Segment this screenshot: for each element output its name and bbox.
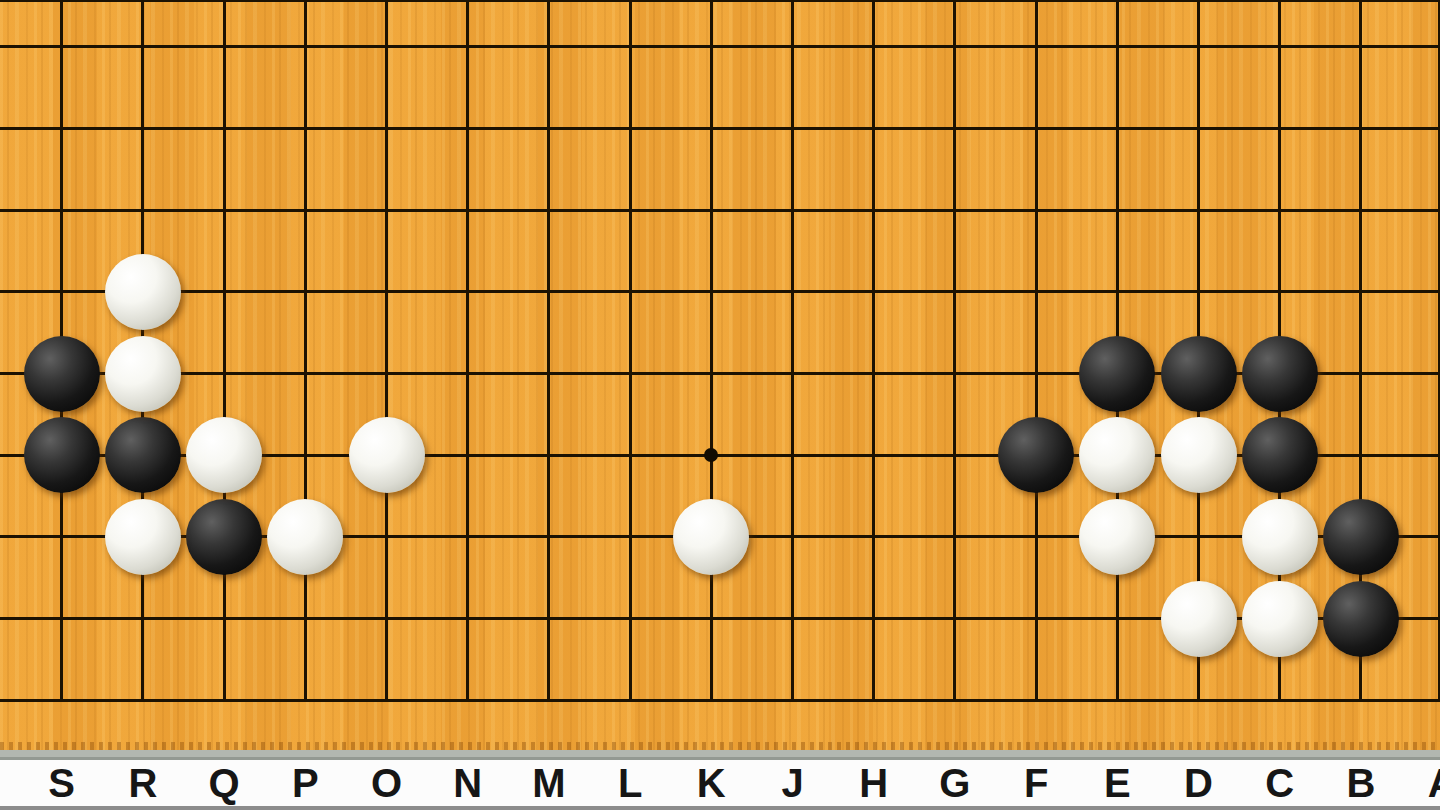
coordinate-label: G [920,762,990,804]
go-client-screen: SRQPONMLKJHGFEDCBA [0,0,1440,810]
coordinate-label: B [1326,762,1396,804]
coordinate-label: O [352,762,422,804]
white-stone [1242,499,1318,575]
star-point [704,448,718,462]
coordinate-label: F [1001,762,1071,804]
coordinate-label: K [676,762,746,804]
white-stone [1079,499,1155,575]
grid-line-vertical [304,0,307,702]
table-edge-strip [0,750,1440,760]
black-stone [1242,336,1318,412]
coordinate-label: C [1245,762,1315,804]
coordinate-label: H [839,762,909,804]
white-stone [1161,581,1237,657]
grid-line-horizontal [0,209,1440,212]
black-stone [1323,581,1399,657]
grid-line-horizontal [0,290,1440,293]
coordinate-label: E [1082,762,1152,804]
black-stone [1242,417,1318,493]
grid-line-vertical [223,0,226,702]
coordinate-label: A [1407,762,1440,804]
grid-line-horizontal [0,45,1440,48]
black-stone [24,336,100,412]
black-stone [1323,499,1399,575]
go-board[interactable] [0,0,1440,750]
grid-line-vertical [547,0,550,702]
grid-line-vertical [953,0,956,702]
white-stone [1079,417,1155,493]
coordinate-label: D [1164,762,1234,804]
grid-line-vertical [385,0,388,702]
white-stone [349,417,425,493]
white-stone [1161,417,1237,493]
grid-line-vertical [791,0,794,702]
grid-line-vertical [1035,0,1038,702]
black-stone [24,417,100,493]
white-stone [105,254,181,330]
coordinate-label: L [595,762,665,804]
grid-line-vertical [872,0,875,702]
grid-line-vertical [710,0,713,702]
grid-line-horizontal [0,127,1440,130]
bottom-border [0,806,1440,810]
black-stone [1079,336,1155,412]
coordinate-label: S [27,762,97,804]
white-stone [1242,581,1318,657]
white-stone [186,417,262,493]
white-stone [105,336,181,412]
coordinate-label: M [514,762,584,804]
black-stone [186,499,262,575]
coordinate-label: N [433,762,503,804]
coordinate-label: P [270,762,340,804]
black-stone [998,417,1074,493]
coordinate-label: R [108,762,178,804]
coordinate-label-strip: SRQPONMLKJHGFEDCBA [0,760,1440,806]
coordinate-label: Q [189,762,259,804]
board-top-edge-line [0,0,1440,2]
grid-line-horizontal [0,699,1440,702]
white-stone [105,499,181,575]
white-stone [673,499,749,575]
white-stone [267,499,343,575]
grid-line-vertical [466,0,469,702]
black-stone [1161,336,1237,412]
black-stone [105,417,181,493]
board-wood-edge-texture [0,742,1440,750]
grid-line-vertical [629,0,632,702]
coordinate-label: J [758,762,828,804]
